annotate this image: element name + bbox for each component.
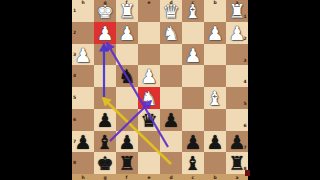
square-b7[interactable]: ♟: [204, 131, 226, 153]
square-b5[interactable]: ♝: [204, 87, 226, 109]
square-b6[interactable]: [204, 109, 226, 131]
rank-label-left-5: 5: [73, 95, 76, 100]
file-label-bottom-e: e: [148, 175, 151, 180]
rank-label-right-1: 1: [244, 14, 247, 19]
black-pawn[interactable]: ♟: [182, 131, 204, 153]
board-grid: ♚♜♛♝♜♟♟♞♟♟♟♟♞♟♞♝♟♛♟♟♝♟♟♟♟♚♜♝♜: [72, 0, 248, 174]
white-bishop[interactable]: ♝: [204, 87, 226, 109]
rank-label-left-6: 6: [73, 117, 76, 122]
square-e6[interactable]: ♛: [138, 109, 160, 131]
rank-label-left-7: 7: [73, 139, 76, 144]
white-pawn[interactable]: ♟: [94, 22, 116, 44]
square-g7[interactable]: ♝: [94, 131, 116, 153]
file-label-top-g: g: [104, 0, 107, 5]
square-f5[interactable]: [116, 87, 138, 109]
screenshot-root: ♚♜♛♝♜♟♟♞♟♟♟♟♞♟♞♝♟♛♟♟♝♟♟♟♟♚♜♝♜ hhggffeedd…: [0, 0, 320, 180]
file-label-top-b: b: [214, 0, 217, 5]
rank-label-left-3: 3: [73, 52, 76, 57]
square-f3[interactable]: [116, 44, 138, 66]
square-d4[interactable]: [160, 65, 182, 87]
square-e5[interactable]: ♞: [138, 87, 160, 109]
rank-label-right-5: 5: [244, 101, 247, 106]
square-f2[interactable]: ♟: [116, 22, 138, 44]
square-d2[interactable]: ♞: [160, 22, 182, 44]
square-c7[interactable]: ♟: [182, 131, 204, 153]
file-label-top-d: d: [170, 0, 173, 5]
white-pawn[interactable]: ♟: [204, 22, 226, 44]
square-g2[interactable]: ♟: [94, 22, 116, 44]
rank-label-right-6: 6: [244, 123, 247, 128]
square-d3[interactable]: [160, 44, 182, 66]
rank-label-right-4: 4: [244, 79, 247, 84]
white-pawn[interactable]: ♟: [182, 44, 204, 66]
rank-label-left-8: 8: [73, 160, 76, 165]
white-knight[interactable]: ♞: [138, 87, 160, 109]
square-c2[interactable]: [182, 22, 204, 44]
file-label-bottom-h: h: [82, 175, 85, 180]
file-label-bottom-f: f: [126, 175, 128, 180]
rank-label-left-4: 4: [73, 73, 76, 78]
left-black-bar: [0, 0, 72, 180]
black-bishop[interactable]: ♝: [182, 152, 204, 174]
square-e7[interactable]: [138, 131, 160, 153]
black-pawn[interactable]: ♟: [94, 109, 116, 131]
white-knight[interactable]: ♞: [160, 22, 182, 44]
file-label-top-c: c: [192, 0, 195, 5]
rank-label-right-7: 7: [244, 145, 247, 150]
rank-label-left-2: 2: [73, 30, 76, 35]
square-g5[interactable]: [94, 87, 116, 109]
black-queen[interactable]: ♛: [138, 109, 160, 131]
chess-board: ♚♜♛♝♜♟♟♞♟♟♟♟♞♟♞♝♟♛♟♟♝♟♟♟♟♚♜♝♜ hhggffeedd…: [72, 0, 248, 180]
rank-label-right-3: 3: [244, 58, 247, 63]
square-g6[interactable]: ♟: [94, 109, 116, 131]
white-pawn[interactable]: ♟: [116, 22, 138, 44]
square-f7[interactable]: ♟: [116, 131, 138, 153]
square-b2[interactable]: ♟: [204, 22, 226, 44]
square-d8[interactable]: [160, 152, 182, 174]
square-g4[interactable]: [94, 65, 116, 87]
right-black-bar: [248, 0, 320, 180]
file-label-bottom-a: a: [236, 175, 239, 180]
corner-red-dot: [245, 170, 250, 176]
square-b4[interactable]: [204, 65, 226, 87]
square-b3[interactable]: [204, 44, 226, 66]
black-pawn[interactable]: ♟: [160, 109, 182, 131]
rank-label-left-1: 1: [73, 8, 76, 13]
black-rook[interactable]: ♜: [116, 152, 138, 174]
black-pawn[interactable]: ♟: [116, 131, 138, 153]
square-g3[interactable]: [94, 44, 116, 66]
white-pawn[interactable]: ♟: [138, 65, 160, 87]
black-king[interactable]: ♚: [94, 152, 116, 174]
file-label-bottom-d: d: [170, 175, 173, 180]
square-b8[interactable]: [204, 152, 226, 174]
file-letter-strip: [72, 174, 248, 180]
black-bishop[interactable]: ♝: [94, 131, 116, 153]
black-knight[interactable]: ♞: [116, 65, 138, 87]
square-c6[interactable]: [182, 109, 204, 131]
square-c3[interactable]: ♟: [182, 44, 204, 66]
square-f4[interactable]: ♞: [116, 65, 138, 87]
file-label-top-h: h: [82, 0, 85, 5]
square-e2[interactable]: [138, 22, 160, 44]
square-e8[interactable]: [138, 152, 160, 174]
file-label-bottom-b: b: [214, 175, 217, 180]
square-e4[interactable]: ♟: [138, 65, 160, 87]
square-g8[interactable]: ♚: [94, 152, 116, 174]
square-e3[interactable]: [138, 44, 160, 66]
square-d5[interactable]: [160, 87, 182, 109]
file-label-bottom-g: g: [104, 175, 107, 180]
file-label-top-e: e: [148, 0, 151, 5]
square-f8[interactable]: ♜: [116, 152, 138, 174]
square-c8[interactable]: ♝: [182, 152, 204, 174]
square-f6[interactable]: [116, 109, 138, 131]
square-d6[interactable]: ♟: [160, 109, 182, 131]
square-c5[interactable]: [182, 87, 204, 109]
file-label-bottom-c: c: [192, 175, 195, 180]
file-label-top-f: f: [126, 0, 128, 5]
square-c4[interactable]: [182, 65, 204, 87]
black-pawn[interactable]: ♟: [204, 131, 226, 153]
file-label-top-a: a: [236, 0, 239, 5]
rank-label-right-2: 2: [244, 36, 247, 41]
square-d7[interactable]: [160, 131, 182, 153]
